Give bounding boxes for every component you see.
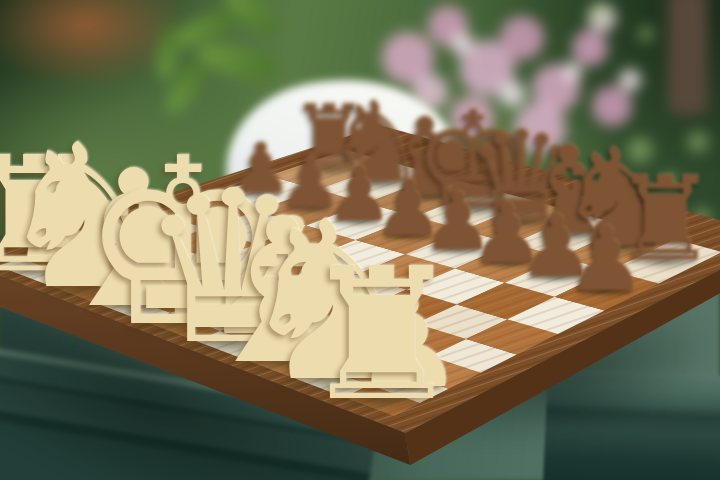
piece-black-pawn-a7: ♟ <box>566 215 646 304</box>
piece-white-rook-a1: ♜ <box>300 244 464 427</box>
garden-scene: ♜♞♝♛♚♝♞♜♟♟♟♟♟♟♟♟♟♟♟♟♟♟♟♟♜♞♝♛♚♝♞♜ <box>0 0 720 480</box>
chess-pieces: ♜♞♝♛♚♝♞♜♟♟♟♟♟♟♟♟♟♟♟♟♟♟♟♟♜♞♝♛♚♝♞♜ <box>0 0 720 480</box>
